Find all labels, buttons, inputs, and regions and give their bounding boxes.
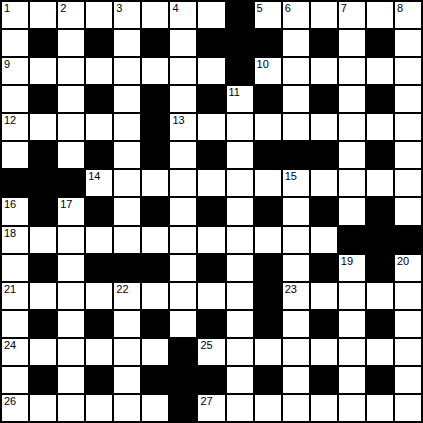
white-cell[interactable]	[86, 58, 112, 84]
white-cell[interactable]: 3	[114, 2, 140, 28]
black-cell	[198, 86, 224, 112]
white-cell[interactable]	[283, 339, 309, 365]
black-cell	[58, 170, 84, 196]
white-cell[interactable]	[170, 283, 196, 309]
white-cell[interactable]	[367, 283, 393, 309]
white-cell[interactable]	[395, 283, 421, 309]
white-cell[interactable]: 13	[170, 114, 196, 140]
white-cell[interactable]	[283, 367, 309, 393]
white-cell[interactable]: 27	[198, 395, 224, 421]
white-cell[interactable]	[227, 367, 253, 393]
clue-number: 2	[60, 3, 66, 14]
black-cell	[142, 142, 168, 168]
white-cell[interactable]	[255, 395, 281, 421]
white-cell[interactable]: 25	[198, 339, 224, 365]
white-cell[interactable]	[367, 114, 393, 140]
white-cell[interactable]	[395, 311, 421, 337]
black-cell	[30, 30, 56, 56]
white-cell[interactable]	[58, 142, 84, 168]
white-cell[interactable]: 19	[339, 255, 365, 281]
white-cell[interactable]	[339, 58, 365, 84]
black-cell	[86, 30, 112, 56]
white-cell[interactable]	[170, 142, 196, 168]
white-cell[interactable]: 24	[2, 339, 28, 365]
black-cell	[255, 86, 281, 112]
black-cell	[86, 86, 112, 112]
white-cell[interactable]	[2, 255, 28, 281]
white-cell[interactable]	[86, 339, 112, 365]
black-cell	[311, 198, 337, 224]
black-cell	[30, 367, 56, 393]
black-cell	[311, 142, 337, 168]
white-cell[interactable]: 7	[339, 2, 365, 28]
white-cell[interactable]	[30, 58, 56, 84]
white-cell[interactable]	[395, 86, 421, 112]
white-cell[interactable]	[198, 114, 224, 140]
white-cell[interactable]	[367, 58, 393, 84]
black-cell	[367, 227, 393, 253]
white-cell[interactable]	[142, 227, 168, 253]
white-cell[interactable]: 17	[58, 198, 84, 224]
clue-number: 24	[4, 340, 16, 351]
black-cell	[86, 367, 112, 393]
white-cell[interactable]	[114, 30, 140, 56]
white-cell[interactable]	[283, 86, 309, 112]
clue-number: 9	[4, 59, 10, 70]
white-cell[interactable]	[170, 255, 196, 281]
white-cell[interactable]	[30, 395, 56, 421]
white-cell[interactable]	[170, 170, 196, 196]
white-cell[interactable]	[2, 30, 28, 56]
white-cell[interactable]	[30, 283, 56, 309]
white-cell[interactable]	[58, 367, 84, 393]
black-cell	[30, 255, 56, 281]
white-cell[interactable]	[255, 114, 281, 140]
black-cell	[255, 255, 281, 281]
clue-number: 26	[4, 396, 16, 407]
black-cell	[255, 30, 281, 56]
white-cell[interactable]	[367, 339, 393, 365]
clue-number: 22	[116, 284, 128, 295]
white-cell[interactable]	[311, 2, 337, 28]
black-cell	[86, 198, 112, 224]
white-cell[interactable]	[58, 283, 84, 309]
white-cell[interactable]	[58, 58, 84, 84]
white-cell[interactable]	[339, 283, 365, 309]
white-cell[interactable]: 6	[283, 2, 309, 28]
white-cell[interactable]	[170, 311, 196, 337]
clue-number: 12	[4, 115, 16, 126]
white-cell[interactable]	[114, 170, 140, 196]
black-cell	[311, 311, 337, 337]
black-cell	[142, 367, 168, 393]
black-cell	[311, 255, 337, 281]
white-cell[interactable]	[227, 142, 253, 168]
clue-number: 4	[172, 3, 178, 14]
white-cell[interactable]	[339, 30, 365, 56]
white-cell[interactable]	[114, 311, 140, 337]
white-cell[interactable]	[170, 58, 196, 84]
white-cell[interactable]	[114, 395, 140, 421]
black-cell	[367, 255, 393, 281]
black-cell	[367, 30, 393, 56]
clue-number: 5	[257, 3, 263, 14]
white-cell[interactable]	[114, 114, 140, 140]
white-cell[interactable]: 4	[170, 2, 196, 28]
white-cell[interactable]	[283, 30, 309, 56]
black-cell	[198, 367, 224, 393]
black-cell	[30, 86, 56, 112]
white-cell[interactable]	[86, 395, 112, 421]
black-cell	[198, 142, 224, 168]
black-cell	[142, 255, 168, 281]
white-cell[interactable]	[58, 30, 84, 56]
white-cell[interactable]: 23	[283, 283, 309, 309]
white-cell[interactable]	[170, 198, 196, 224]
white-cell[interactable]	[283, 395, 309, 421]
white-cell[interactable]: 1	[2, 2, 28, 28]
white-cell[interactable]	[2, 311, 28, 337]
black-cell	[86, 311, 112, 337]
clue-number: 18	[4, 228, 16, 239]
black-cell	[255, 142, 281, 168]
black-cell	[170, 339, 196, 365]
black-cell	[367, 367, 393, 393]
white-cell[interactable]	[339, 86, 365, 112]
black-cell	[142, 198, 168, 224]
black-cell	[255, 311, 281, 337]
white-cell[interactable]: 5	[255, 2, 281, 28]
black-cell	[367, 142, 393, 168]
black-cell	[367, 86, 393, 112]
crossword-board: 1234567891011121314151617181920212223242…	[0, 0, 423, 423]
white-cell[interactable]	[170, 30, 196, 56]
black-cell	[30, 311, 56, 337]
clue-number: 3	[116, 3, 122, 14]
white-cell[interactable]	[227, 311, 253, 337]
black-cell	[367, 311, 393, 337]
white-cell[interactable]	[114, 227, 140, 253]
white-cell[interactable]	[395, 198, 421, 224]
white-cell[interactable]	[227, 255, 253, 281]
black-cell	[367, 198, 393, 224]
black-cell	[30, 142, 56, 168]
white-cell[interactable]	[283, 255, 309, 281]
black-cell	[86, 255, 112, 281]
black-cell	[2, 170, 28, 196]
black-cell	[255, 367, 281, 393]
white-cell[interactable]	[86, 2, 112, 28]
white-cell[interactable]	[255, 339, 281, 365]
clue-number: 16	[4, 199, 16, 210]
white-cell[interactable]: 10	[255, 58, 281, 84]
white-cell[interactable]: 18	[2, 227, 28, 253]
black-cell	[114, 255, 140, 281]
white-cell[interactable]	[339, 311, 365, 337]
black-cell	[198, 311, 224, 337]
clue-number: 21	[4, 284, 16, 295]
white-cell[interactable]	[311, 170, 337, 196]
white-cell[interactable]	[339, 114, 365, 140]
white-cell[interactable]	[30, 114, 56, 140]
white-cell[interactable]	[142, 2, 168, 28]
black-cell	[311, 86, 337, 112]
clue-number: 7	[341, 3, 347, 14]
white-cell[interactable]	[2, 367, 28, 393]
white-cell[interactable]	[58, 255, 84, 281]
white-cell[interactable]	[142, 58, 168, 84]
white-cell[interactable]: 20	[395, 255, 421, 281]
white-cell[interactable]	[395, 395, 421, 421]
black-cell	[30, 198, 56, 224]
black-cell	[86, 142, 112, 168]
white-cell[interactable]	[30, 2, 56, 28]
clue-number: 14	[88, 171, 100, 182]
white-cell[interactable]	[142, 339, 168, 365]
white-cell[interactable]	[58, 86, 84, 112]
white-cell[interactable]: 26	[2, 395, 28, 421]
white-cell[interactable]	[367, 2, 393, 28]
white-cell[interactable]	[339, 367, 365, 393]
black-cell	[198, 255, 224, 281]
white-cell[interactable]	[339, 395, 365, 421]
white-cell[interactable]	[58, 311, 84, 337]
white-cell[interactable]	[114, 86, 140, 112]
clue-number: 25	[200, 340, 212, 351]
black-cell	[170, 367, 196, 393]
white-cell[interactable]	[198, 283, 224, 309]
white-cell[interactable]	[367, 395, 393, 421]
white-cell[interactable]	[395, 142, 421, 168]
white-cell[interactable]: 9	[2, 58, 28, 84]
clue-number: 8	[397, 3, 403, 14]
white-cell[interactable]	[227, 339, 253, 365]
clue-number: 20	[397, 256, 409, 267]
black-cell	[198, 198, 224, 224]
white-cell[interactable]	[58, 114, 84, 140]
white-cell[interactable]	[339, 339, 365, 365]
white-cell[interactable]	[198, 227, 224, 253]
white-cell[interactable]	[227, 395, 253, 421]
white-cell[interactable]	[114, 58, 140, 84]
white-cell[interactable]	[58, 227, 84, 253]
white-cell[interactable]: 2	[58, 2, 84, 28]
white-cell[interactable]	[255, 170, 281, 196]
white-cell[interactable]	[311, 395, 337, 421]
black-cell	[142, 311, 168, 337]
black-cell	[227, 2, 253, 28]
white-cell[interactable]	[311, 283, 337, 309]
white-cell[interactable]	[311, 227, 337, 253]
clue-number: 11	[229, 87, 240, 98]
white-cell[interactable]	[311, 114, 337, 140]
white-cell[interactable]	[2, 142, 28, 168]
white-cell[interactable]	[283, 227, 309, 253]
clue-number: 15	[285, 171, 297, 182]
white-cell[interactable]	[283, 114, 309, 140]
black-cell	[227, 58, 253, 84]
black-cell	[142, 86, 168, 112]
black-cell	[395, 227, 421, 253]
white-cell[interactable]	[86, 114, 112, 140]
white-cell[interactable]	[114, 198, 140, 224]
white-cell[interactable]	[395, 114, 421, 140]
white-cell[interactable]	[198, 170, 224, 196]
white-cell[interactable]	[170, 227, 196, 253]
black-cell	[142, 30, 168, 56]
white-cell[interactable]	[142, 395, 168, 421]
white-cell[interactable]	[339, 198, 365, 224]
black-cell	[142, 114, 168, 140]
white-cell[interactable]	[395, 339, 421, 365]
clue-number: 17	[60, 199, 72, 210]
white-cell[interactable]	[2, 86, 28, 112]
white-cell[interactable]	[255, 227, 281, 253]
white-cell[interactable]	[395, 367, 421, 393]
clue-number: 13	[172, 115, 184, 126]
white-cell[interactable]	[198, 2, 224, 28]
white-cell[interactable]	[142, 283, 168, 309]
white-cell[interactable]	[283, 311, 309, 337]
white-cell[interactable]: 14	[86, 170, 112, 196]
white-cell[interactable]	[86, 283, 112, 309]
white-cell[interactable]	[339, 142, 365, 168]
black-cell	[339, 227, 365, 253]
white-cell[interactable]	[311, 339, 337, 365]
white-cell[interactable]	[339, 170, 365, 196]
black-cell	[255, 283, 281, 309]
white-cell[interactable]: 21	[2, 283, 28, 309]
white-cell[interactable]	[58, 395, 84, 421]
white-cell[interactable]	[58, 339, 84, 365]
white-cell[interactable]	[30, 339, 56, 365]
white-cell[interactable]	[142, 170, 168, 196]
white-cell[interactable]	[198, 58, 224, 84]
clue-number: 27	[200, 396, 212, 407]
black-cell	[170, 395, 196, 421]
white-cell[interactable]: 16	[2, 198, 28, 224]
white-cell[interactable]	[114, 142, 140, 168]
white-cell[interactable]	[283, 58, 309, 84]
clue-number: 1	[4, 3, 10, 14]
clue-number: 23	[285, 284, 297, 295]
white-cell[interactable]	[227, 114, 253, 140]
black-cell	[311, 30, 337, 56]
white-cell[interactable]	[395, 30, 421, 56]
white-cell[interactable]	[395, 58, 421, 84]
clue-number: 6	[285, 3, 291, 14]
white-cell[interactable]	[311, 58, 337, 84]
black-cell	[227, 30, 253, 56]
white-cell[interactable]	[367, 170, 393, 196]
white-cell[interactable]: 11	[227, 86, 253, 112]
white-cell[interactable]	[114, 367, 140, 393]
black-cell	[198, 30, 224, 56]
black-cell	[311, 367, 337, 393]
white-cell[interactable]: 12	[2, 114, 28, 140]
white-cell[interactable]	[170, 86, 196, 112]
white-cell[interactable]	[283, 198, 309, 224]
white-cell[interactable]	[227, 227, 253, 253]
black-cell	[255, 198, 281, 224]
white-cell[interactable]	[227, 170, 253, 196]
white-cell[interactable]	[86, 227, 112, 253]
white-cell[interactable]	[114, 339, 140, 365]
white-cell[interactable]: 15	[283, 170, 309, 196]
white-cell[interactable]: 22	[114, 283, 140, 309]
white-cell[interactable]	[30, 227, 56, 253]
white-cell[interactable]	[227, 283, 253, 309]
white-cell[interactable]: 8	[395, 2, 421, 28]
black-cell	[30, 170, 56, 196]
white-cell[interactable]	[227, 198, 253, 224]
clue-number: 10	[257, 59, 269, 70]
white-cell[interactable]	[395, 170, 421, 196]
clue-number: 19	[341, 256, 353, 267]
black-cell	[283, 142, 309, 168]
